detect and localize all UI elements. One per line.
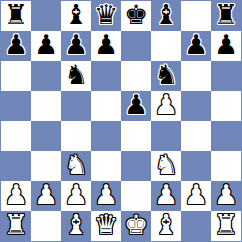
black-pawn[interactable]: ♟	[34, 31, 58, 60]
square-a3[interactable]	[1, 151, 31, 181]
square-d7[interactable]: ♟	[91, 31, 121, 61]
white-pawn[interactable]: ♟	[154, 181, 178, 210]
white-king[interactable]: ♚	[124, 211, 148, 240]
board-frame: ♜♝♛♚♝♜♟♟♟♟♟♟♞♞♟♟♞♞♟♟♟♟♟♟♟♜♝♛♚♝♜	[0, 0, 242, 242]
white-queen[interactable]: ♛	[94, 211, 118, 240]
square-f4[interactable]	[151, 121, 181, 151]
black-pawn[interactable]: ♟	[94, 31, 118, 60]
white-knight[interactable]: ♞	[64, 151, 88, 180]
square-a6[interactable]	[1, 61, 31, 91]
square-f7[interactable]	[151, 31, 181, 61]
square-a4[interactable]	[1, 121, 31, 151]
black-knight[interactable]: ♞	[154, 61, 178, 90]
square-g4[interactable]	[181, 121, 211, 151]
square-g2[interactable]: ♟	[181, 181, 211, 211]
square-f5[interactable]: ♟	[151, 91, 181, 121]
square-b7[interactable]: ♟	[31, 31, 61, 61]
square-c2[interactable]: ♟	[61, 181, 91, 211]
square-a5[interactable]	[1, 91, 31, 121]
square-g3[interactable]	[181, 151, 211, 181]
square-h7[interactable]: ♟	[211, 31, 241, 61]
square-g1[interactable]	[181, 211, 211, 241]
square-e4[interactable]	[121, 121, 151, 151]
square-f2[interactable]: ♟	[151, 181, 181, 211]
white-pawn[interactable]: ♟	[184, 181, 208, 210]
square-d4[interactable]	[91, 121, 121, 151]
square-c6[interactable]: ♞	[61, 61, 91, 91]
square-c8[interactable]: ♝	[61, 1, 91, 31]
square-f6[interactable]: ♞	[151, 61, 181, 91]
white-pawn[interactable]: ♟	[214, 181, 238, 210]
square-e2[interactable]	[121, 181, 151, 211]
square-e5[interactable]: ♟	[121, 91, 151, 121]
black-pawn[interactable]: ♟	[64, 31, 88, 60]
square-b4[interactable]	[31, 121, 61, 151]
square-e7[interactable]	[121, 31, 151, 61]
square-d8[interactable]: ♛	[91, 1, 121, 31]
white-bishop[interactable]: ♝	[154, 211, 178, 240]
white-pawn[interactable]: ♟	[154, 91, 178, 120]
white-knight[interactable]: ♞	[154, 151, 178, 180]
square-c7[interactable]: ♟	[61, 31, 91, 61]
square-b1[interactable]	[31, 211, 61, 241]
square-a2[interactable]: ♟	[1, 181, 31, 211]
square-b3[interactable]	[31, 151, 61, 181]
square-e1[interactable]: ♚	[121, 211, 151, 241]
square-f8[interactable]: ♝	[151, 1, 181, 31]
square-d5[interactable]	[91, 91, 121, 121]
white-rook[interactable]: ♜	[4, 211, 28, 240]
square-g7[interactable]: ♟	[181, 31, 211, 61]
white-bishop[interactable]: ♝	[64, 211, 88, 240]
black-rook[interactable]: ♜	[4, 1, 28, 30]
square-g6[interactable]	[181, 61, 211, 91]
white-rook[interactable]: ♜	[214, 211, 238, 240]
square-c4[interactable]	[61, 121, 91, 151]
black-pawn[interactable]: ♟	[124, 91, 148, 120]
white-pawn[interactable]: ♟	[34, 181, 58, 210]
square-g8[interactable]	[181, 1, 211, 31]
square-h5[interactable]	[211, 91, 241, 121]
square-f1[interactable]: ♝	[151, 211, 181, 241]
square-h8[interactable]: ♜	[211, 1, 241, 31]
chess-board[interactable]: ♜♝♛♚♝♜♟♟♟♟♟♟♞♞♟♟♞♞♟♟♟♟♟♟♟♜♝♛♚♝♜	[1, 1, 241, 241]
square-e3[interactable]	[121, 151, 151, 181]
black-knight[interactable]: ♞	[64, 61, 88, 90]
square-a1[interactable]: ♜	[1, 211, 31, 241]
square-a7[interactable]: ♟	[1, 31, 31, 61]
square-h3[interactable]	[211, 151, 241, 181]
square-b5[interactable]	[31, 91, 61, 121]
square-h4[interactable]	[211, 121, 241, 151]
square-g5[interactable]	[181, 91, 211, 121]
square-d2[interactable]: ♟	[91, 181, 121, 211]
square-b6[interactable]	[31, 61, 61, 91]
square-b2[interactable]: ♟	[31, 181, 61, 211]
square-c3[interactable]: ♞	[61, 151, 91, 181]
white-pawn[interactable]: ♟	[4, 181, 28, 210]
square-d1[interactable]: ♛	[91, 211, 121, 241]
square-a8[interactable]: ♜	[1, 1, 31, 31]
square-e6[interactable]	[121, 61, 151, 91]
black-pawn[interactable]: ♟	[184, 31, 208, 60]
square-b8[interactable]	[31, 1, 61, 31]
black-king[interactable]: ♚	[124, 1, 148, 30]
square-c5[interactable]	[61, 91, 91, 121]
square-e8[interactable]: ♚	[121, 1, 151, 31]
square-h6[interactable]	[211, 61, 241, 91]
black-pawn[interactable]: ♟	[4, 31, 28, 60]
square-d3[interactable]	[91, 151, 121, 181]
square-c1[interactable]: ♝	[61, 211, 91, 241]
square-f3[interactable]: ♞	[151, 151, 181, 181]
black-pawn[interactable]: ♟	[214, 31, 238, 60]
black-rook[interactable]: ♜	[214, 1, 238, 30]
square-d6[interactable]	[91, 61, 121, 91]
black-queen[interactable]: ♛	[94, 1, 118, 30]
black-bishop[interactable]: ♝	[154, 1, 178, 30]
white-pawn[interactable]: ♟	[64, 181, 88, 210]
white-pawn[interactable]: ♟	[94, 181, 118, 210]
square-h1[interactable]: ♜	[211, 211, 241, 241]
square-h2[interactable]: ♟	[211, 181, 241, 211]
black-bishop[interactable]: ♝	[64, 1, 88, 30]
